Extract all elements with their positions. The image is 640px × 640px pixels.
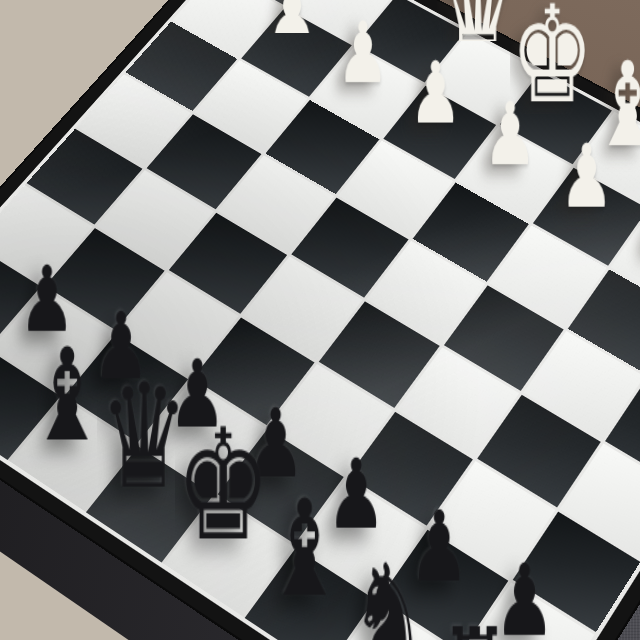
piece-white-pawn-e2: ♟ <box>467 91 553 178</box>
piece-black-knight-g8: ♞ <box>339 548 438 640</box>
piece-white-pawn-f2: ♟ <box>543 133 630 221</box>
chess-photo-scene: ♜♞♝♛♚♝♞♜♟♟♟♟♟♟♟♟♟♟♟♟♟♟♟♟♜♞♝♛♚♝♞♜ <box>0 0 640 640</box>
piece-white-pawn-d2: ♟ <box>393 50 478 136</box>
square-d4 <box>291 198 408 298</box>
piece-white-pawn-g2: ♟ <box>621 176 640 265</box>
piece-black-rook-h8: ♜ <box>425 613 525 640</box>
